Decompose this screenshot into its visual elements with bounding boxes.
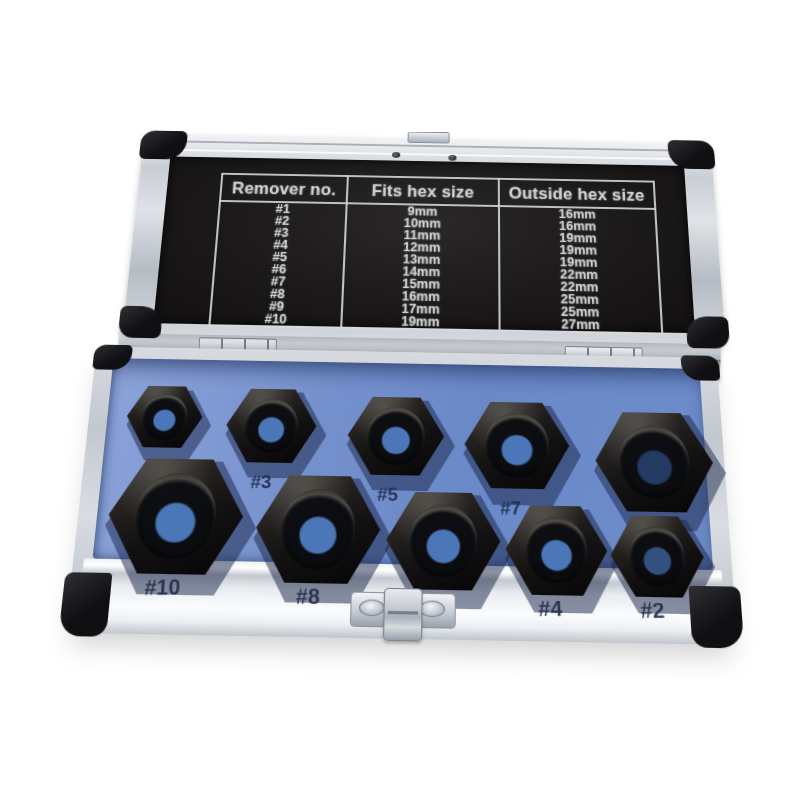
socket-10: #10 [103,458,247,576]
col-header-outside-hex: Outside hex size [499,179,656,209]
socket-9: #9 [594,412,717,513]
rivet-dot [448,155,456,161]
socket-7: #7 [465,401,571,489]
latch [349,587,453,640]
corner-cap [58,572,112,637]
size-table: Remover no. Fits hex size Outside hex si… [208,173,663,335]
socket-3: #3 [224,388,318,463]
latch-button [383,588,423,642]
corner-cap [689,586,745,649]
size-table-body: #19mm16mm#210mm16mm#311mm19mm#412mm19mm#… [209,201,662,334]
socket-bore [485,413,549,478]
col-header-remover-no: Remover no. [220,174,348,204]
size-cell: #10 [209,312,341,328]
latch-screw [419,600,445,617]
tool-case-photo: Remover no. Fits hex size Outside hex si… [0,0,800,800]
corner-cap [139,130,188,159]
socket-8: #8 [253,475,382,585]
case-lid: Remover no. Fits hex size Outside hex si… [122,133,725,344]
case-base: #1 #3 #5 #7 #9 [65,346,737,645]
socket-bore [409,504,478,577]
lid-foam-panel: Remover no. Fits hex size Outside hex si… [153,156,695,333]
corner-cap [686,316,731,349]
socket-4: #4 [505,505,609,596]
col-header-fits-hex: Fits hex size [346,176,498,206]
size-cell: 27mm [499,317,662,334]
rivet-dot [392,152,400,158]
size-cell: 19mm [341,314,499,331]
socket-5: #5 [346,396,444,476]
socket-6: #6 [385,491,501,591]
socket-1: #1 [124,386,205,449]
size-chart: Remover no. Fits hex size Outside hex si… [209,173,663,329]
lid-latch-tab [408,132,450,144]
